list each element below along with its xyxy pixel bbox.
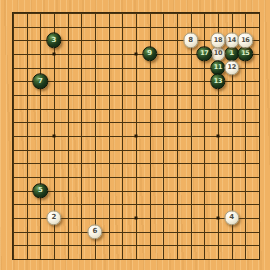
stone-white-12[interactable]: 12	[224, 60, 239, 75]
move-number: 6	[93, 228, 98, 235]
move-number: 13	[214, 78, 222, 85]
stone-black-7[interactable]: 7	[33, 74, 48, 89]
stone-white-8[interactable]: 8	[183, 33, 198, 48]
go-board[interactable]: 123456789101112131415161718	[0, 0, 270, 270]
move-number: 10	[214, 51, 222, 58]
stone-white-18[interactable]: 18	[210, 33, 225, 48]
move-number: 12	[228, 64, 236, 71]
move-number: 15	[241, 51, 249, 58]
board-grid[interactable]: 123456789101112131415161718	[12, 12, 260, 260]
move-number: 11	[214, 64, 222, 71]
stone-black-17[interactable]: 17	[197, 46, 212, 61]
star-point	[53, 135, 56, 138]
move-number: 2	[52, 214, 57, 221]
star-point	[217, 217, 220, 220]
star-point	[135, 217, 138, 220]
move-number: 16	[241, 37, 249, 44]
move-number: 18	[214, 37, 222, 44]
move-number: 8	[188, 37, 193, 44]
stone-white-2[interactable]: 2	[46, 210, 61, 225]
stone-white-16[interactable]: 16	[238, 33, 253, 48]
star-point	[135, 53, 138, 56]
stone-black-5[interactable]: 5	[33, 183, 48, 198]
move-number: 3	[52, 37, 57, 44]
move-number: 14	[228, 37, 236, 44]
move-number: 5	[38, 187, 43, 194]
stone-black-3[interactable]: 3	[46, 33, 61, 48]
stone-white-6[interactable]: 6	[87, 224, 102, 239]
star-point	[53, 53, 56, 56]
move-number: 9	[147, 50, 152, 57]
move-number: 7	[38, 78, 43, 85]
star-point	[217, 135, 220, 138]
stone-black-15[interactable]: 15	[238, 46, 253, 61]
move-number: 4	[229, 214, 234, 221]
star-point	[135, 135, 138, 138]
move-number: 1	[229, 50, 234, 57]
stone-black-13[interactable]: 13	[210, 74, 225, 89]
stone-black-9[interactable]: 9	[142, 46, 157, 61]
move-number: 17	[200, 51, 208, 58]
stone-white-4[interactable]: 4	[224, 210, 239, 225]
